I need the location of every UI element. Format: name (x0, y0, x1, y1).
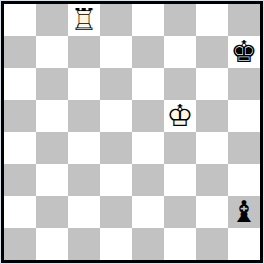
square-a4[interactable] (4, 132, 36, 164)
square-b5[interactable] (36, 100, 68, 132)
black-king-icon: ♚ (228, 36, 260, 68)
square-e1[interactable] (132, 228, 164, 260)
square-h2[interactable]: ♝ (228, 196, 260, 228)
square-f5[interactable]: ♚♔ (164, 100, 196, 132)
square-f4[interactable] (164, 132, 196, 164)
square-e7[interactable] (132, 36, 164, 68)
square-a7[interactable] (4, 36, 36, 68)
square-e5[interactable] (132, 100, 164, 132)
square-e6[interactable] (132, 68, 164, 100)
square-b4[interactable] (36, 132, 68, 164)
square-b2[interactable] (36, 196, 68, 228)
square-f6[interactable] (164, 68, 196, 100)
black-bishop-icon: ♝ (228, 196, 260, 228)
square-e8[interactable] (132, 4, 164, 36)
square-b1[interactable] (36, 228, 68, 260)
square-g8[interactable] (196, 4, 228, 36)
piece-white-rook[interactable]: ♜♖ (68, 4, 100, 36)
square-d4[interactable] (100, 132, 132, 164)
square-d2[interactable] (100, 196, 132, 228)
chess-board: ♜♖♚♚♔♝ (4, 4, 260, 260)
square-c5[interactable] (68, 100, 100, 132)
square-f3[interactable] (164, 164, 196, 196)
square-d5[interactable] (100, 100, 132, 132)
square-d3[interactable] (100, 164, 132, 196)
square-d6[interactable] (100, 68, 132, 100)
square-c6[interactable] (68, 68, 100, 100)
square-g5[interactable] (196, 100, 228, 132)
square-e2[interactable] (132, 196, 164, 228)
square-a8[interactable] (4, 4, 36, 36)
square-g1[interactable] (196, 228, 228, 260)
square-h7[interactable]: ♚ (228, 36, 260, 68)
square-g2[interactable] (196, 196, 228, 228)
square-h4[interactable] (228, 132, 260, 164)
square-c1[interactable] (68, 228, 100, 260)
piece-black-king[interactable]: ♚ (228, 36, 260, 68)
square-a5[interactable] (4, 100, 36, 132)
square-f1[interactable] (164, 228, 196, 260)
square-b6[interactable] (36, 68, 68, 100)
square-c7[interactable] (68, 36, 100, 68)
square-c4[interactable] (68, 132, 100, 164)
square-a6[interactable] (4, 68, 36, 100)
square-f2[interactable] (164, 196, 196, 228)
square-a2[interactable] (4, 196, 36, 228)
square-a1[interactable] (4, 228, 36, 260)
square-g7[interactable] (196, 36, 228, 68)
square-a3[interactable] (4, 164, 36, 196)
square-b7[interactable] (36, 36, 68, 68)
square-h6[interactable] (228, 68, 260, 100)
square-g3[interactable] (196, 164, 228, 196)
square-h8[interactable] (228, 4, 260, 36)
square-g6[interactable] (196, 68, 228, 100)
square-d7[interactable] (100, 36, 132, 68)
square-f7[interactable] (164, 36, 196, 68)
square-d8[interactable] (100, 4, 132, 36)
square-h5[interactable] (228, 100, 260, 132)
square-b3[interactable] (36, 164, 68, 196)
square-e3[interactable] (132, 164, 164, 196)
square-h3[interactable] (228, 164, 260, 196)
square-d1[interactable] (100, 228, 132, 260)
square-c2[interactable] (68, 196, 100, 228)
square-b8[interactable] (36, 4, 68, 36)
square-g4[interactable] (196, 132, 228, 164)
square-f8[interactable] (164, 4, 196, 36)
chess-board-frame: ♜♖♚♚♔♝ (0, 0, 264, 264)
white-king-icon: ♔ (164, 100, 196, 132)
piece-white-king[interactable]: ♚♔ (164, 100, 196, 132)
piece-black-bishop[interactable]: ♝ (228, 196, 260, 228)
square-h1[interactable] (228, 228, 260, 260)
white-rook-icon: ♖ (68, 4, 100, 36)
square-e4[interactable] (132, 132, 164, 164)
square-c3[interactable] (68, 164, 100, 196)
square-c8[interactable]: ♜♖ (68, 4, 100, 36)
